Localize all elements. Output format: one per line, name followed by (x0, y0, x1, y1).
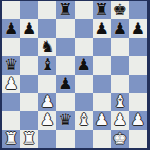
square-b7[interactable]: ♟ (20, 19, 38, 37)
square-g5[interactable] (111, 56, 129, 74)
white-bishop: ♝ (113, 94, 127, 110)
white-pawn: ♟ (4, 75, 18, 91)
square-h2[interactable]: ♟ (129, 111, 147, 129)
square-a4[interactable]: ♟ (2, 75, 20, 93)
square-a6[interactable] (2, 38, 20, 56)
square-e4[interactable] (75, 75, 93, 93)
black-bishop: ♝ (40, 57, 54, 73)
white-rook: ♜ (22, 130, 36, 146)
square-d2[interactable]: ♛ (56, 111, 74, 129)
black-pawn: ♟ (95, 20, 109, 36)
square-c1[interactable] (38, 130, 56, 148)
black-king: ♚ (113, 2, 127, 18)
square-c4[interactable] (38, 75, 56, 93)
square-b5[interactable] (20, 56, 38, 74)
square-d3[interactable] (56, 93, 74, 111)
square-f5[interactable] (93, 56, 111, 74)
square-c8[interactable] (38, 1, 56, 19)
black-rook: ♜ (58, 2, 72, 18)
black-pawn: ♟ (131, 20, 145, 36)
chess-board: ♜♜♚♟♟♟♟♟♞♛♝♟♟♟♟♝♟♛♝♟♟♟♜♜♚ (2, 1, 147, 148)
chess-board-frame: ♜♜♚♟♟♟♟♟♞♛♝♟♟♟♟♝♟♛♝♟♟♟♜♜♚ (0, 0, 150, 150)
square-d7[interactable] (56, 19, 74, 37)
square-e3[interactable] (75, 93, 93, 111)
black-pawn: ♟ (113, 20, 127, 36)
square-g8[interactable]: ♚ (111, 1, 129, 19)
square-c5[interactable]: ♝ (38, 56, 56, 74)
square-c7[interactable] (38, 19, 56, 37)
square-f6[interactable] (93, 38, 111, 56)
square-c2[interactable]: ♟ (38, 111, 56, 129)
square-f7[interactable]: ♟ (93, 19, 111, 37)
square-g6[interactable] (111, 38, 129, 56)
black-pawn: ♟ (22, 20, 36, 36)
square-b8[interactable] (20, 1, 38, 19)
square-b1[interactable]: ♜ (20, 130, 38, 148)
square-d6[interactable] (56, 38, 74, 56)
square-b2[interactable] (20, 111, 38, 129)
square-e5[interactable]: ♟ (75, 56, 93, 74)
square-h1[interactable] (129, 130, 147, 148)
black-queen: ♛ (4, 57, 18, 73)
square-d1[interactable] (56, 130, 74, 148)
square-d8[interactable]: ♜ (56, 1, 74, 19)
square-g7[interactable]: ♟ (111, 19, 129, 37)
white-bishop: ♝ (76, 112, 90, 128)
square-b6[interactable] (20, 38, 38, 56)
square-f1[interactable] (93, 130, 111, 148)
square-g2[interactable]: ♟ (111, 111, 129, 129)
square-f4[interactable] (93, 75, 111, 93)
white-pawn: ♟ (95, 112, 109, 128)
square-c3[interactable]: ♟ (38, 93, 56, 111)
square-h4[interactable] (129, 75, 147, 93)
square-g4[interactable] (111, 75, 129, 93)
square-c6[interactable]: ♞ (38, 38, 56, 56)
square-e8[interactable] (75, 1, 93, 19)
square-h8[interactable] (129, 1, 147, 19)
white-rook: ♜ (4, 130, 18, 146)
square-g1[interactable]: ♚ (111, 130, 129, 148)
square-a5[interactable]: ♛ (2, 56, 20, 74)
square-a1[interactable]: ♜ (2, 130, 20, 148)
white-pawn: ♟ (40, 112, 54, 128)
square-d4[interactable]: ♟ (56, 75, 74, 93)
square-d5[interactable] (56, 56, 74, 74)
square-e2[interactable]: ♝ (75, 111, 93, 129)
square-f2[interactable]: ♟ (93, 111, 111, 129)
black-pawn: ♟ (58, 75, 72, 91)
black-rook: ♜ (95, 2, 109, 18)
square-h5[interactable] (129, 56, 147, 74)
square-e6[interactable] (75, 38, 93, 56)
square-a7[interactable]: ♟ (2, 19, 20, 37)
square-e7[interactable] (75, 19, 93, 37)
square-a8[interactable] (2, 1, 20, 19)
black-queen: ♛ (58, 112, 72, 128)
square-f3[interactable] (93, 93, 111, 111)
black-pawn: ♟ (4, 20, 18, 36)
white-pawn: ♟ (40, 94, 54, 110)
square-b4[interactable] (20, 75, 38, 93)
square-e1[interactable] (75, 130, 93, 148)
square-g3[interactable]: ♝ (111, 93, 129, 111)
white-king: ♚ (113, 130, 127, 146)
black-knight: ♞ (40, 38, 54, 54)
square-a2[interactable] (2, 111, 20, 129)
square-h7[interactable]: ♟ (129, 19, 147, 37)
square-h3[interactable] (129, 93, 147, 111)
square-h6[interactable] (129, 38, 147, 56)
square-b3[interactable] (20, 93, 38, 111)
white-pawn: ♟ (131, 112, 145, 128)
white-pawn: ♟ (113, 112, 127, 128)
square-a3[interactable] (2, 93, 20, 111)
square-f8[interactable]: ♜ (93, 1, 111, 19)
black-pawn: ♟ (76, 57, 90, 73)
